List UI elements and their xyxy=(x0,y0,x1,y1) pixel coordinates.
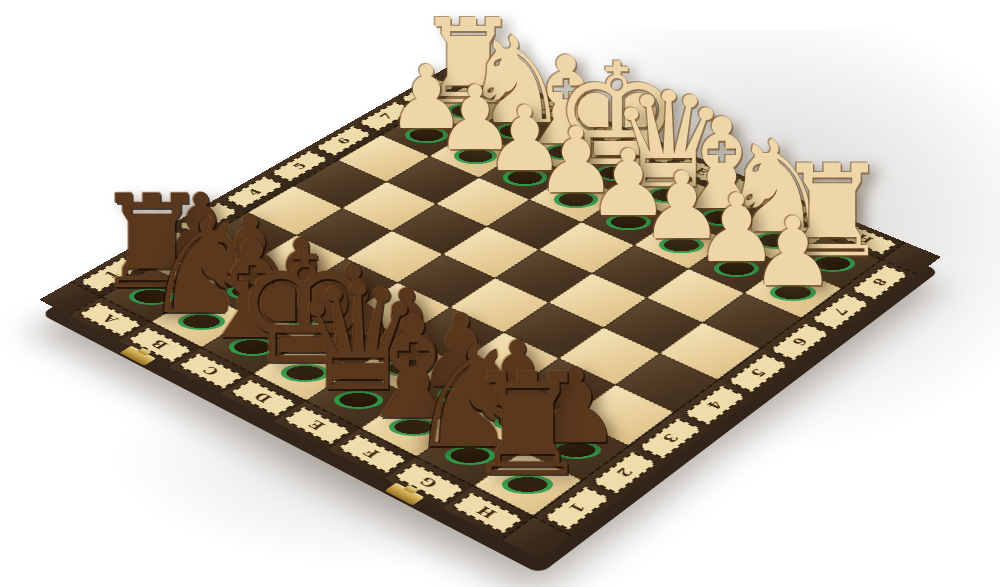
coordinate-label-text: 8 xyxy=(868,276,891,288)
coordinate-label-text: H xyxy=(473,504,501,522)
coordinate-label-text: 4 xyxy=(703,398,728,412)
coordinate-label-text: C xyxy=(198,364,223,378)
coordinate-label-text: B xyxy=(539,103,561,114)
photo-scene: ABCDEFGH8877665544332211ABCDEFGH ♜♞♝♚♛♝♞… xyxy=(0,0,1000,587)
coordinate-label-text: 7 xyxy=(829,305,853,317)
coordinate-label-text: F xyxy=(360,446,384,461)
coordinate-label-text: 4 xyxy=(244,186,266,197)
coordinate-label-text: B xyxy=(147,337,172,351)
coordinate-label-text: 5 xyxy=(289,160,310,171)
coordinate-label-text: A xyxy=(491,84,512,95)
coordinate-label-text: 1 xyxy=(100,268,122,280)
coordinate-label-text: 5 xyxy=(746,366,770,379)
coordinate-label-text: 2 xyxy=(150,240,172,252)
coordinate-label-text: E xyxy=(691,166,712,178)
coordinate-label-text: D xyxy=(250,390,276,405)
coordinate-label-text: 6 xyxy=(333,135,354,145)
coordinate-label-text: 3 xyxy=(658,431,683,445)
coordinate-label-text: 3 xyxy=(198,213,220,224)
coordinate-label-text: 8 xyxy=(418,87,439,97)
coordinate-label-text: G xyxy=(415,474,442,490)
coordinate-label-text: 2 xyxy=(612,465,637,479)
coordinate-label-text: H xyxy=(852,232,876,245)
coordinate-label-text: C xyxy=(589,124,610,135)
coordinate-label-text: 7 xyxy=(376,111,397,121)
coordinate-label-text: E xyxy=(304,418,329,433)
coordinate-label-text: D xyxy=(639,144,661,156)
coordinate-label-text: G xyxy=(798,209,821,222)
coordinate-label-text: 1 xyxy=(565,500,591,515)
coordinate-label-text: F xyxy=(744,188,765,200)
coordinate-label-text: 6 xyxy=(788,335,812,348)
coordinate-label-text: A xyxy=(98,312,122,326)
